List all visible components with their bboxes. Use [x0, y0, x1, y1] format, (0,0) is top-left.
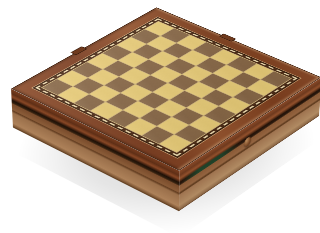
- chess-box: [11, 7, 320, 170]
- square: [75, 95, 105, 111]
- drawer-knob: [244, 135, 251, 147]
- square: [205, 107, 236, 124]
- square: [91, 102, 122, 118]
- square: [58, 87, 88, 103]
- product-photo: [0, 0, 320, 233]
- square: [107, 93, 137, 109]
- square: [190, 116, 221, 133]
- square: [172, 108, 203, 125]
- square: [175, 125, 206, 142]
- square: [122, 85, 152, 101]
- square: [233, 89, 263, 105]
- square: [157, 117, 188, 134]
- board-lid: [11, 7, 320, 170]
- square: [140, 109, 171, 126]
- square: [138, 92, 168, 108]
- square: [153, 83, 183, 99]
- square: [123, 101, 154, 117]
- square: [125, 118, 156, 135]
- scene: [0, 0, 320, 233]
- square: [108, 110, 139, 127]
- square: [216, 81, 246, 97]
- square: [155, 100, 185, 116]
- square: [219, 98, 249, 114]
- square: [185, 82, 215, 98]
- square: [90, 86, 120, 102]
- square: [202, 90, 232, 106]
- square: [187, 99, 217, 115]
- square: [170, 91, 200, 107]
- square: [160, 135, 191, 152]
- square: [142, 126, 173, 143]
